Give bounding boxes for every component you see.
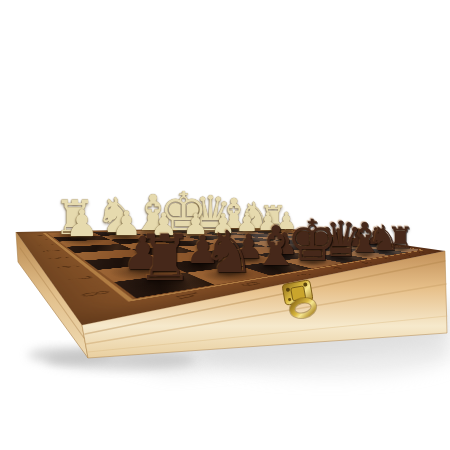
chess-set-photo: hhggffeeddccbbaa1122334455667788 ♜♞♝♚♛♝♞… bbox=[0, 0, 450, 450]
piece-white-pawn-h2[interactable]: ♟ bbox=[65, 206, 98, 243]
piece-black-bishop-f8[interactable]: ♝ bbox=[251, 219, 300, 274]
piece-black-knight-g8[interactable]: ♞ bbox=[203, 223, 255, 281]
piece-black-rook-h8[interactable]: ♜ bbox=[137, 227, 194, 291]
pieces-layer: ♜♞♝♚♛♝♞♜♟♟♟♟♟♟♟♟♟♟♟♟♟♟♟♟♜♞♝♚♛♝♞♜ bbox=[0, 0, 450, 450]
